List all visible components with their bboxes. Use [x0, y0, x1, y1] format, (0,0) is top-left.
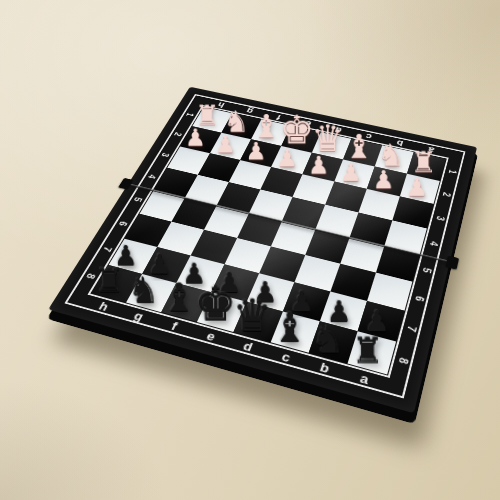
piece-white-pawn[interactable]: ♟ — [406, 176, 428, 200]
piece-white-pawn[interactable]: ♟ — [215, 133, 236, 156]
piece-black-rook[interactable]: ♜ — [352, 334, 383, 368]
piece-black-queen[interactable]: ♛ — [233, 294, 272, 336]
photo-scene: hgfedcba hgfedcba 12345678 12345678 ♜♞♝♚… — [0, 0, 500, 500]
piece-white-pawn[interactable]: ♟ — [308, 154, 330, 177]
piece-white-pawn[interactable]: ♟ — [185, 127, 206, 149]
piece-black-rook[interactable]: ♜ — [95, 265, 124, 296]
piece-black-bishop[interactable]: ♝ — [162, 279, 197, 316]
piece-white-pawn[interactable]: ♟ — [340, 161, 362, 184]
piece-black-king[interactable]: ♚ — [195, 281, 237, 326]
piece-white-pawn[interactable]: ♟ — [276, 147, 297, 170]
piece-white-king[interactable]: ♚ — [280, 112, 314, 149]
piece-black-knight[interactable]: ♞ — [128, 273, 160, 307]
piece-white-pawn[interactable]: ♟ — [373, 168, 395, 192]
piece-white-pawn[interactable]: ♟ — [245, 140, 266, 163]
piece-black-knight[interactable]: ♞ — [312, 322, 345, 357]
piece-black-bishop[interactable]: ♝ — [272, 308, 308, 346]
